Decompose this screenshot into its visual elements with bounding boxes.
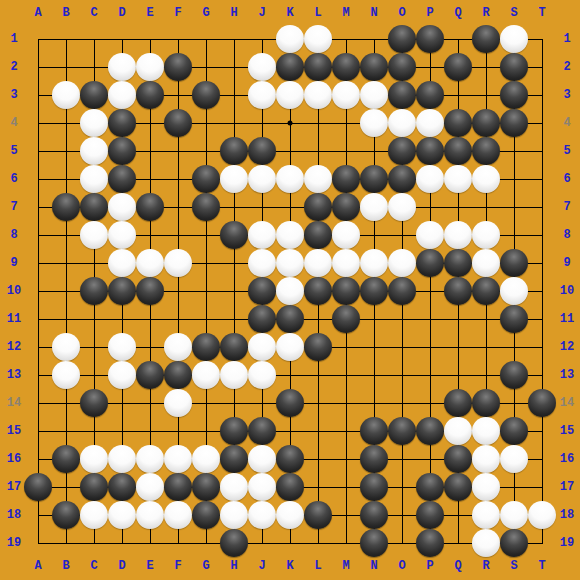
row-label-left-12: 12 xyxy=(7,340,21,354)
white-stone-Q8[interactable] xyxy=(444,221,472,249)
row-label-right-12: 12 xyxy=(560,340,574,354)
black-stone-P9[interactable] xyxy=(416,249,444,277)
white-stone-S18[interactable] xyxy=(500,501,528,529)
col-label-top-T: T xyxy=(538,6,545,20)
row-label-left-1: 1 xyxy=(10,32,17,46)
row-label-left-9: 9 xyxy=(10,256,17,270)
col-label-top-D: D xyxy=(118,6,125,20)
white-stone-D13[interactable] xyxy=(108,361,136,389)
black-stone-E13[interactable] xyxy=(136,361,164,389)
row-label-right-1: 1 xyxy=(563,32,570,46)
white-stone-K9[interactable] xyxy=(276,249,304,277)
black-stone-E10[interactable] xyxy=(136,277,164,305)
black-stone-E3[interactable] xyxy=(136,81,164,109)
black-stone-L18[interactable] xyxy=(304,501,332,529)
row-label-left-8: 8 xyxy=(10,228,17,242)
white-stone-Q15[interactable] xyxy=(444,417,472,445)
white-stone-K8[interactable] xyxy=(276,221,304,249)
white-stone-T18[interactable] xyxy=(528,501,556,529)
black-stone-Q14[interactable] xyxy=(444,389,472,417)
row-label-left-16: 16 xyxy=(7,452,21,466)
black-stone-B16[interactable] xyxy=(52,445,80,473)
white-stone-P6[interactable] xyxy=(416,165,444,193)
black-stone-J15[interactable] xyxy=(248,417,276,445)
white-stone-D16[interactable] xyxy=(108,445,136,473)
white-stone-M8[interactable] xyxy=(332,221,360,249)
col-label-bottom-M: M xyxy=(342,559,349,573)
black-stone-O2[interactable] xyxy=(388,53,416,81)
white-stone-M3[interactable] xyxy=(332,81,360,109)
black-stone-L8[interactable] xyxy=(304,221,332,249)
black-stone-S3[interactable] xyxy=(500,81,528,109)
black-stone-S11[interactable] xyxy=(500,305,528,333)
col-label-top-L: L xyxy=(314,6,321,20)
col-label-top-F: F xyxy=(174,6,181,20)
col-label-bottom-L: L xyxy=(314,559,321,573)
black-stone-G17[interactable] xyxy=(192,473,220,501)
black-stone-H5[interactable] xyxy=(220,137,248,165)
col-label-bottom-G: G xyxy=(202,559,209,573)
white-stone-D3[interactable] xyxy=(108,81,136,109)
col-label-top-P: P xyxy=(426,6,433,20)
white-stone-J13[interactable] xyxy=(248,361,276,389)
white-stone-S16[interactable] xyxy=(500,445,528,473)
col-label-bottom-S: S xyxy=(510,559,517,573)
black-stone-J5[interactable] xyxy=(248,137,276,165)
black-stone-Q5[interactable] xyxy=(444,137,472,165)
white-stone-F14[interactable] xyxy=(164,389,192,417)
white-stone-J3[interactable] xyxy=(248,81,276,109)
white-stone-H13[interactable] xyxy=(220,361,248,389)
black-stone-K11[interactable] xyxy=(276,305,304,333)
black-stone-P1[interactable] xyxy=(416,25,444,53)
row-label-left-19: 19 xyxy=(7,536,21,550)
row-label-right-15: 15 xyxy=(560,424,574,438)
black-stone-Q17[interactable] xyxy=(444,473,472,501)
row-label-right-2: 2 xyxy=(563,60,570,74)
go-board: AABBCCDDEEFFGGHHJJKKLLMMNNOOPPQQRRSSTT11… xyxy=(0,0,580,580)
white-stone-L1[interactable] xyxy=(304,25,332,53)
row-label-left-5: 5 xyxy=(10,144,17,158)
black-stone-Q4[interactable] xyxy=(444,109,472,137)
black-stone-Q10[interactable] xyxy=(444,277,472,305)
black-stone-C10[interactable] xyxy=(80,277,108,305)
black-stone-H8[interactable] xyxy=(220,221,248,249)
white-stone-K3[interactable] xyxy=(276,81,304,109)
white-stone-M9[interactable] xyxy=(332,249,360,277)
black-stone-O5[interactable] xyxy=(388,137,416,165)
white-stone-L6[interactable] xyxy=(304,165,332,193)
black-stone-N17[interactable] xyxy=(360,473,388,501)
white-stone-N9[interactable] xyxy=(360,249,388,277)
black-stone-F2[interactable] xyxy=(164,53,192,81)
white-stone-O7[interactable] xyxy=(388,193,416,221)
white-stone-S10[interactable] xyxy=(500,277,528,305)
row-label-right-8: 8 xyxy=(563,228,570,242)
black-stone-M11[interactable] xyxy=(332,305,360,333)
row-label-right-6: 6 xyxy=(563,172,570,186)
black-stone-S19[interactable] xyxy=(500,529,528,557)
col-label-bottom-H: H xyxy=(230,559,237,573)
black-stone-J10[interactable] xyxy=(248,277,276,305)
col-label-bottom-A: A xyxy=(34,559,41,573)
black-stone-K14[interactable] xyxy=(276,389,304,417)
row-label-left-14: 14 xyxy=(7,396,21,410)
black-stone-R10[interactable] xyxy=(472,277,500,305)
black-stone-S4[interactable] xyxy=(500,109,528,137)
black-stone-N15[interactable] xyxy=(360,417,388,445)
white-stone-J16[interactable] xyxy=(248,445,276,473)
col-label-bottom-Q: Q xyxy=(454,559,461,573)
black-stone-H15[interactable] xyxy=(220,417,248,445)
row-label-left-7: 7 xyxy=(10,200,17,214)
black-stone-B7[interactable] xyxy=(52,193,80,221)
black-stone-P3[interactable] xyxy=(416,81,444,109)
black-stone-G12[interactable] xyxy=(192,333,220,361)
col-label-bottom-P: P xyxy=(426,559,433,573)
row-label-left-2: 2 xyxy=(10,60,17,74)
white-stone-F9[interactable] xyxy=(164,249,192,277)
black-stone-C7[interactable] xyxy=(80,193,108,221)
black-stone-R4[interactable] xyxy=(472,109,500,137)
white-stone-D9[interactable] xyxy=(108,249,136,277)
white-stone-R17[interactable] xyxy=(472,473,500,501)
col-label-top-A: A xyxy=(34,6,41,20)
row-label-right-10: 10 xyxy=(560,284,574,298)
white-stone-B13[interactable] xyxy=(52,361,80,389)
black-stone-D17[interactable] xyxy=(108,473,136,501)
white-stone-G13[interactable] xyxy=(192,361,220,389)
black-stone-O15[interactable] xyxy=(388,417,416,445)
black-stone-P5[interactable] xyxy=(416,137,444,165)
col-label-bottom-B: B xyxy=(62,559,69,573)
col-label-top-G: G xyxy=(202,6,209,20)
white-stone-N4[interactable] xyxy=(360,109,388,137)
black-stone-G3[interactable] xyxy=(192,81,220,109)
row-label-right-4: 4 xyxy=(563,116,570,130)
col-label-bottom-F: F xyxy=(174,559,181,573)
white-stone-O9[interactable] xyxy=(388,249,416,277)
black-stone-O6[interactable] xyxy=(388,165,416,193)
black-stone-A17[interactable] xyxy=(24,473,52,501)
black-stone-H16[interactable] xyxy=(220,445,248,473)
black-stone-K17[interactable] xyxy=(276,473,304,501)
col-label-top-R: R xyxy=(482,6,489,20)
black-stone-C3[interactable] xyxy=(80,81,108,109)
col-label-bottom-K: K xyxy=(286,559,293,573)
white-stone-R15[interactable] xyxy=(472,417,500,445)
black-stone-R14[interactable] xyxy=(472,389,500,417)
black-stone-S2[interactable] xyxy=(500,53,528,81)
white-stone-D2[interactable] xyxy=(108,53,136,81)
black-stone-G18[interactable] xyxy=(192,501,220,529)
white-stone-E2[interactable] xyxy=(136,53,164,81)
white-stone-N3[interactable] xyxy=(360,81,388,109)
col-label-bottom-C: C xyxy=(90,559,97,573)
white-stone-R18[interactable] xyxy=(472,501,500,529)
white-stone-R19[interactable] xyxy=(472,529,500,557)
white-stone-L9[interactable] xyxy=(304,249,332,277)
white-stone-F12[interactable] xyxy=(164,333,192,361)
row-label-right-3: 3 xyxy=(563,88,570,102)
col-label-bottom-J: J xyxy=(258,559,265,573)
white-stone-E9[interactable] xyxy=(136,249,164,277)
black-stone-F17[interactable] xyxy=(164,473,192,501)
black-stone-D4[interactable] xyxy=(108,109,136,137)
row-label-right-19: 19 xyxy=(560,536,574,550)
black-stone-O3[interactable] xyxy=(388,81,416,109)
col-label-top-J: J xyxy=(258,6,265,20)
white-stone-C18[interactable] xyxy=(80,501,108,529)
col-label-bottom-N: N xyxy=(370,559,377,573)
row-label-left-18: 18 xyxy=(7,508,21,522)
black-stone-P19[interactable] xyxy=(416,529,444,557)
col-label-top-E: E xyxy=(146,6,153,20)
black-stone-R5[interactable] xyxy=(472,137,500,165)
black-stone-D6[interactable] xyxy=(108,165,136,193)
white-stone-E16[interactable] xyxy=(136,445,164,473)
black-stone-L7[interactable] xyxy=(304,193,332,221)
row-label-right-14: 14 xyxy=(560,396,574,410)
white-stone-J17[interactable] xyxy=(248,473,276,501)
white-stone-C5[interactable] xyxy=(80,137,108,165)
row-label-left-6: 6 xyxy=(10,172,17,186)
row-label-left-11: 11 xyxy=(7,312,21,326)
white-stone-O4[interactable] xyxy=(388,109,416,137)
white-stone-P4[interactable] xyxy=(416,109,444,137)
row-label-left-4: 4 xyxy=(10,116,17,130)
black-stone-K16[interactable] xyxy=(276,445,304,473)
col-label-top-Q: Q xyxy=(454,6,461,20)
white-stone-R8[interactable] xyxy=(472,221,500,249)
black-stone-M10[interactable] xyxy=(332,277,360,305)
col-label-top-N: N xyxy=(370,6,377,20)
row-label-right-16: 16 xyxy=(560,452,574,466)
black-stone-L12[interactable] xyxy=(304,333,332,361)
white-stone-H17[interactable] xyxy=(220,473,248,501)
star-point-K4 xyxy=(288,121,293,126)
black-stone-H12[interactable] xyxy=(220,333,248,361)
white-stone-P8[interactable] xyxy=(416,221,444,249)
white-stone-K18[interactable] xyxy=(276,501,304,529)
black-stone-K2[interactable] xyxy=(276,53,304,81)
white-stone-J18[interactable] xyxy=(248,501,276,529)
black-stone-C17[interactable] xyxy=(80,473,108,501)
black-stone-F13[interactable] xyxy=(164,361,192,389)
black-stone-H19[interactable] xyxy=(220,529,248,557)
row-label-right-13: 13 xyxy=(560,368,574,382)
row-label-right-9: 9 xyxy=(563,256,570,270)
white-stone-C16[interactable] xyxy=(80,445,108,473)
white-stone-E18[interactable] xyxy=(136,501,164,529)
black-stone-N6[interactable] xyxy=(360,165,388,193)
col-label-top-O: O xyxy=(398,6,405,20)
row-label-right-7: 7 xyxy=(563,200,570,214)
white-stone-N7[interactable] xyxy=(360,193,388,221)
white-stone-S1[interactable] xyxy=(500,25,528,53)
white-stone-B12[interactable] xyxy=(52,333,80,361)
col-label-bottom-O: O xyxy=(398,559,405,573)
black-stone-N10[interactable] xyxy=(360,277,388,305)
col-label-top-K: K xyxy=(286,6,293,20)
black-stone-F4[interactable] xyxy=(164,109,192,137)
black-stone-E7[interactable] xyxy=(136,193,164,221)
black-stone-C14[interactable] xyxy=(80,389,108,417)
white-stone-C4[interactable] xyxy=(80,109,108,137)
black-stone-P15[interactable] xyxy=(416,417,444,445)
row-label-right-5: 5 xyxy=(563,144,570,158)
black-stone-B18[interactable] xyxy=(52,501,80,529)
col-label-bottom-R: R xyxy=(482,559,489,573)
black-stone-L2[interactable] xyxy=(304,53,332,81)
black-stone-D10[interactable] xyxy=(108,277,136,305)
white-stone-F16[interactable] xyxy=(164,445,192,473)
row-label-left-13: 13 xyxy=(7,368,21,382)
col-label-bottom-T: T xyxy=(538,559,545,573)
white-stone-D7[interactable] xyxy=(108,193,136,221)
col-label-top-B: B xyxy=(62,6,69,20)
white-stone-J6[interactable] xyxy=(248,165,276,193)
white-stone-H6[interactable] xyxy=(220,165,248,193)
white-stone-C6[interactable] xyxy=(80,165,108,193)
white-stone-J2[interactable] xyxy=(248,53,276,81)
row-label-left-10: 10 xyxy=(7,284,21,298)
white-stone-B3[interactable] xyxy=(52,81,80,109)
black-stone-O1[interactable] xyxy=(388,25,416,53)
black-stone-P18[interactable] xyxy=(416,501,444,529)
black-stone-G6[interactable] xyxy=(192,165,220,193)
col-label-top-S: S xyxy=(510,6,517,20)
black-stone-S13[interactable] xyxy=(500,361,528,389)
white-stone-J12[interactable] xyxy=(248,333,276,361)
white-stone-E17[interactable] xyxy=(136,473,164,501)
white-stone-K12[interactable] xyxy=(276,333,304,361)
white-stone-K6[interactable] xyxy=(276,165,304,193)
row-label-left-15: 15 xyxy=(7,424,21,438)
black-stone-S9[interactable] xyxy=(500,249,528,277)
black-stone-Q9[interactable] xyxy=(444,249,472,277)
col-label-bottom-D: D xyxy=(118,559,125,573)
row-label-right-11: 11 xyxy=(560,312,574,326)
row-label-right-17: 17 xyxy=(560,480,574,494)
black-stone-N2[interactable] xyxy=(360,53,388,81)
black-stone-M7[interactable] xyxy=(332,193,360,221)
col-label-bottom-E: E xyxy=(146,559,153,573)
white-stone-R9[interactable] xyxy=(472,249,500,277)
black-stone-N19[interactable] xyxy=(360,529,388,557)
black-stone-L10[interactable] xyxy=(304,277,332,305)
white-stone-D12[interactable] xyxy=(108,333,136,361)
black-stone-N16[interactable] xyxy=(360,445,388,473)
black-stone-D5[interactable] xyxy=(108,137,136,165)
black-stone-S15[interactable] xyxy=(500,417,528,445)
col-label-top-C: C xyxy=(90,6,97,20)
black-stone-J11[interactable] xyxy=(248,305,276,333)
white-stone-F18[interactable] xyxy=(164,501,192,529)
black-stone-R1[interactable] xyxy=(472,25,500,53)
white-stone-L3[interactable] xyxy=(304,81,332,109)
white-stone-D8[interactable] xyxy=(108,221,136,249)
white-stone-R6[interactable] xyxy=(472,165,500,193)
black-stone-Q2[interactable] xyxy=(444,53,472,81)
row-label-left-3: 3 xyxy=(10,88,17,102)
black-stone-T14[interactable] xyxy=(528,389,556,417)
row-label-left-17: 17 xyxy=(7,480,21,494)
white-stone-H18[interactable] xyxy=(220,501,248,529)
black-stone-Q16[interactable] xyxy=(444,445,472,473)
white-stone-R16[interactable] xyxy=(472,445,500,473)
white-stone-Q6[interactable] xyxy=(444,165,472,193)
row-label-right-18: 18 xyxy=(560,508,574,522)
white-stone-J9[interactable] xyxy=(248,249,276,277)
white-stone-J8[interactable] xyxy=(248,221,276,249)
white-stone-G16[interactable] xyxy=(192,445,220,473)
white-stone-D18[interactable] xyxy=(108,501,136,529)
black-stone-N18[interactable] xyxy=(360,501,388,529)
white-stone-C8[interactable] xyxy=(80,221,108,249)
black-stone-P17[interactable] xyxy=(416,473,444,501)
white-stone-K1[interactable] xyxy=(276,25,304,53)
col-label-top-H: H xyxy=(230,6,237,20)
col-label-top-M: M xyxy=(342,6,349,20)
black-stone-M6[interactable] xyxy=(332,165,360,193)
black-stone-O10[interactable] xyxy=(388,277,416,305)
black-stone-G7[interactable] xyxy=(192,193,220,221)
black-stone-M2[interactable] xyxy=(332,53,360,81)
white-stone-K10[interactable] xyxy=(276,277,304,305)
